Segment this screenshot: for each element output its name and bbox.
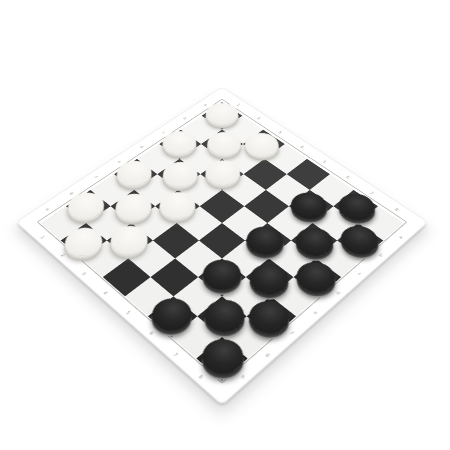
vinyl-mat: 1122334455667788aabbccddeeffgghh <box>16 87 429 406</box>
coord-label: 6 <box>148 330 154 335</box>
coord-label: 7 <box>369 191 374 195</box>
coord-label: e <box>117 160 122 164</box>
coord-label: f <box>290 331 295 335</box>
coord-label: 7 <box>172 352 179 358</box>
photo-stage: 1122334455667788aabbccddeeffgghh <box>0 0 450 450</box>
coord-label: 4 <box>103 290 109 295</box>
coord-label: 8 <box>198 374 205 380</box>
coord-label: 1 <box>40 235 46 239</box>
coord-label: a <box>399 235 405 239</box>
coord-label: g <box>69 191 75 195</box>
coord-label: h <box>240 374 247 380</box>
coord-label: g <box>265 352 271 358</box>
coord-label: e <box>313 310 319 315</box>
coord-label: d <box>335 290 341 295</box>
coord-label: 5 <box>125 310 131 315</box>
coord-label: 3 <box>278 130 283 134</box>
coord-label: 4 <box>299 145 304 149</box>
coord-label: f <box>94 175 99 178</box>
coord-label: 8 <box>394 207 400 211</box>
coord-label: 6 <box>345 175 350 179</box>
coord-label: a <box>203 103 208 106</box>
coord-label: b <box>182 117 187 121</box>
coord-label: c <box>161 131 166 134</box>
coord-label: b <box>378 253 384 258</box>
coord-label: 3 <box>81 271 87 276</box>
coord-label: 1 <box>236 103 241 106</box>
coord-label: h <box>44 207 50 211</box>
coord-label: 2 <box>60 253 66 258</box>
coord-label: 5 <box>322 160 327 164</box>
coord-label: c <box>357 271 363 276</box>
coord-label: d <box>139 145 144 149</box>
board-perspective-wrap: 1122334455667788aabbccddeeffgghh <box>16 87 429 406</box>
checkers-board <box>41 102 403 381</box>
coord-label: 2 <box>256 117 261 121</box>
